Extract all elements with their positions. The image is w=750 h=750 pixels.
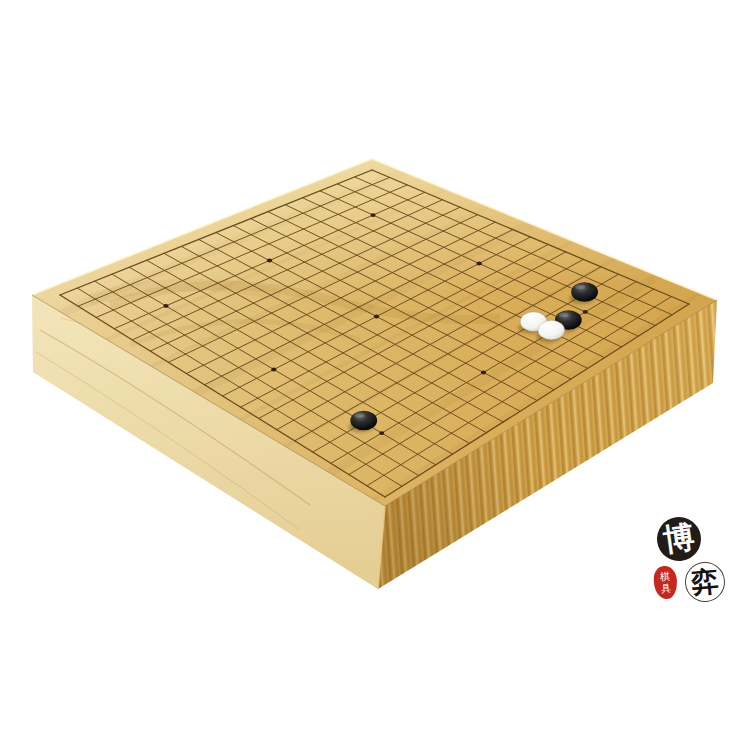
top-face-grain bbox=[32, 159, 717, 511]
star-point bbox=[379, 431, 384, 435]
stone-sheen bbox=[575, 285, 585, 289]
logo-red-seal: 棋具 bbox=[653, 565, 678, 600]
stone-body bbox=[350, 411, 377, 431]
stone-body bbox=[538, 320, 565, 340]
stone-sheen bbox=[559, 313, 569, 317]
logo-char-bottom: 弈 bbox=[690, 563, 720, 601]
star-point bbox=[163, 304, 168, 308]
star-point bbox=[481, 371, 486, 375]
star-point bbox=[583, 310, 588, 314]
star-point bbox=[374, 315, 379, 319]
stone-sheen bbox=[354, 413, 364, 417]
logo-seal-text: 棋具 bbox=[659, 571, 672, 595]
product-photo-scene: 博 棋具 弈 bbox=[0, 0, 750, 750]
logo-black-seal: 博 bbox=[654, 514, 704, 564]
star-point bbox=[267, 259, 272, 263]
stone-body bbox=[571, 282, 598, 302]
logo-white-seal: 弈 bbox=[683, 560, 726, 603]
brand-logo: 博 棋具 弈 bbox=[640, 505, 750, 645]
star-point bbox=[370, 213, 375, 217]
go-board bbox=[0, 0, 750, 750]
star-point bbox=[271, 368, 276, 372]
star-point bbox=[477, 262, 482, 266]
logo-char-top: 博 bbox=[661, 516, 698, 562]
